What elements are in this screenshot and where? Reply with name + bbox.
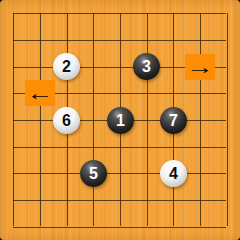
black-stone-1: 1 bbox=[107, 107, 134, 134]
white-stone-6: 6 bbox=[53, 107, 80, 134]
grid-line-horizontal bbox=[13, 200, 226, 201]
black-stone-5: 5 bbox=[80, 160, 107, 187]
black-stone-3: 3 bbox=[133, 53, 160, 80]
arrow-left-icon: ← bbox=[27, 80, 54, 106]
arrow-left-button[interactable]: ← bbox=[25, 80, 55, 106]
arrow-right-button[interactable]: → bbox=[185, 54, 215, 80]
go-board-screenshot: ←→1234567 bbox=[0, 0, 240, 240]
grid-line-horizontal bbox=[13, 173, 226, 174]
grid-line-horizontal bbox=[13, 147, 226, 148]
arrow-right-icon: → bbox=[187, 54, 214, 80]
white-stone-4: 4 bbox=[160, 160, 187, 187]
go-board[interactable]: ←→1234567 bbox=[0, 0, 240, 240]
grid-line-vertical bbox=[227, 13, 228, 226]
black-stone-7: 7 bbox=[160, 107, 187, 134]
white-stone-2: 2 bbox=[53, 53, 80, 80]
grid-line-vertical bbox=[147, 13, 148, 226]
grid-line-horizontal bbox=[13, 227, 226, 228]
grid-line-vertical bbox=[200, 13, 201, 226]
